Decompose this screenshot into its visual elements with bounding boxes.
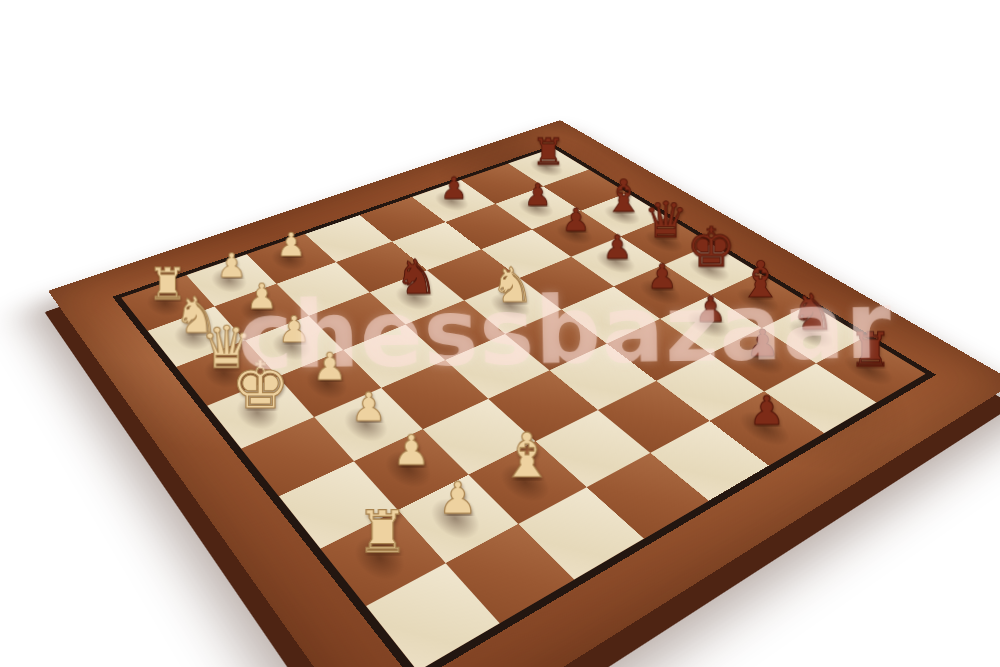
black-knight-g8[interactable]: ♞ bbox=[791, 288, 836, 338]
white-rook-g1[interactable]: ♜ bbox=[356, 503, 408, 561]
white-pawn-c2[interactable]: ♟ bbox=[278, 312, 311, 348]
black-pawn-h6[interactable]: ♟ bbox=[749, 391, 785, 431]
white-pawn-b2[interactable]: ♟ bbox=[246, 279, 277, 314]
black-rook-a8[interactable]: ♜ bbox=[532, 134, 565, 171]
black-pawn-b7[interactable]: ♟ bbox=[524, 180, 551, 210]
black-pawn-d7[interactable]: ♟ bbox=[603, 231, 632, 264]
white-pawn-d2[interactable]: ♟ bbox=[312, 348, 346, 386]
product-photo: ♜♝♛♚♝♞♜♟♟♟♟♟♟♟♟♞♞♟♝♟♟♟♟♟♟♟♜♞♛♚♜ chessbaz… bbox=[0, 0, 1000, 667]
black-pawn-g7[interactable]: ♟ bbox=[746, 325, 779, 362]
black-bishop-f8[interactable]: ♝ bbox=[738, 254, 783, 304]
black-pawn-f7[interactable]: ♟ bbox=[695, 291, 727, 327]
black-king-e8[interactable]: ♚ bbox=[686, 219, 736, 274]
white-pawn-e2[interactable]: ♟ bbox=[350, 387, 386, 427]
black-pawn-e7[interactable]: ♟ bbox=[647, 260, 678, 294]
white-pawn-f2[interactable]: ♟ bbox=[392, 430, 429, 472]
white-king-d1[interactable]: ♚ bbox=[231, 352, 290, 418]
black-knight-c4[interactable]: ♞ bbox=[395, 253, 438, 301]
board-scene: ♜♝♛♚♝♞♜♟♟♟♟♟♟♟♟♞♞♟♝♟♟♟♟♟♟♟♜♞♛♚♜ bbox=[0, 0, 1000, 667]
white-bishop-g3[interactable]: ♝ bbox=[500, 426, 555, 487]
white-pawn-a3[interactable]: ♟ bbox=[277, 229, 306, 262]
white-pawn-g2[interactable]: ♟ bbox=[438, 477, 477, 521]
black-bishop-c8[interactable]: ♝ bbox=[604, 174, 644, 218]
black-rook-h8[interactable]: ♜ bbox=[849, 325, 892, 373]
black-queen-d8[interactable]: ♛ bbox=[644, 196, 689, 246]
black-pawn-c7[interactable]: ♟ bbox=[562, 204, 590, 236]
chess-board-3d: ♜♝♛♚♝♞♜♟♟♟♟♟♟♟♟♞♞♟♝♟♟♟♟♟♟♟♜♞♛♚♜ bbox=[48, 120, 1000, 667]
white-pawn-a2[interactable]: ♟ bbox=[216, 249, 246, 283]
white-knight-d5[interactable]: ♞ bbox=[491, 262, 534, 310]
black-pawn-a6[interactable]: ♟ bbox=[440, 173, 467, 203]
